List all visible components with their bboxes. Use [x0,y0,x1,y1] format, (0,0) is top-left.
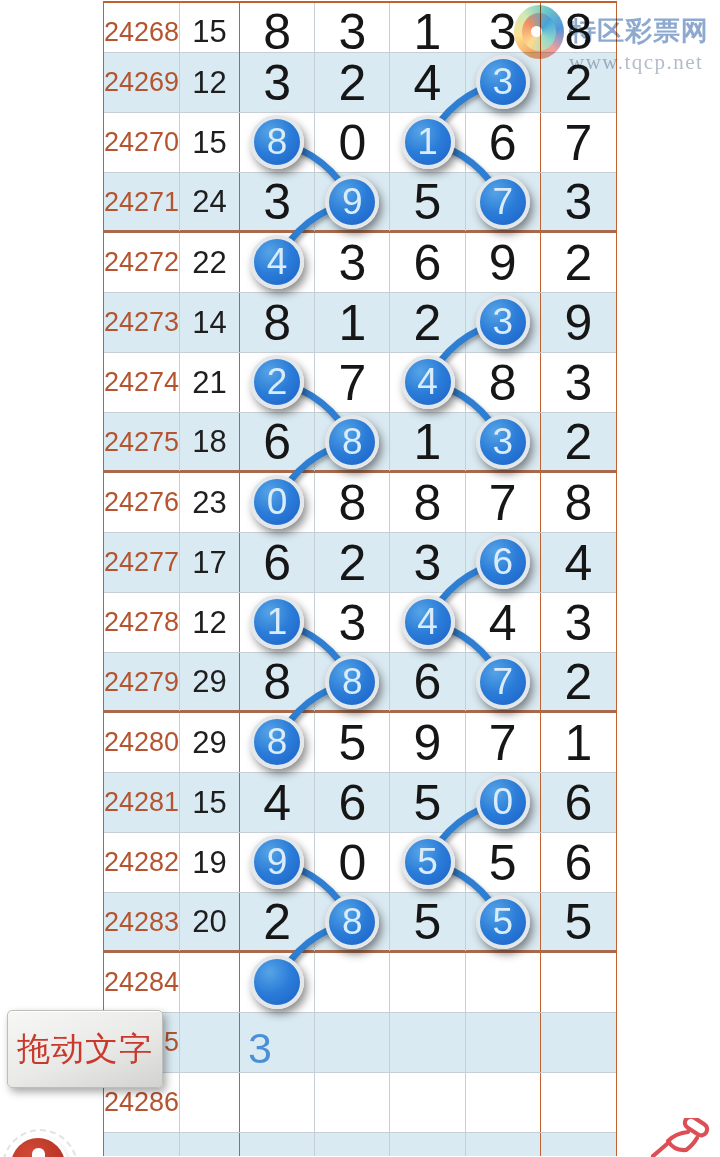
digit-cell: 4 [466,593,541,652]
sum-cell: 12 [180,53,240,112]
digit-cell: 3 [541,353,616,412]
selected-number-circle: 4 [401,595,455,649]
digit-cell: 6 [240,533,315,592]
sum-cell: 17 [180,533,240,592]
table-row: 242731481239 [104,293,616,353]
drag-text-label: 拖动文字 [17,1027,153,1072]
table-row: 242762308878 [104,473,616,533]
period-cell: 24269 [104,53,180,112]
digit-cell: 1 [315,293,390,352]
digit-cell: 3 [390,533,465,592]
digit-cell: 2 [315,53,390,112]
digit-cell: 6 [541,773,616,832]
selected-number-circle: 9 [325,175,379,229]
digit-cell: 3 [541,173,616,231]
digit-cell [541,1133,616,1156]
digit-cell [541,1073,616,1132]
period-cell: 24273 [104,293,180,352]
digit-cell [390,1073,465,1132]
digit-cell: 4 [390,53,465,112]
selected-number-circle: 3 [476,55,530,109]
sum-cell: 22 [180,233,240,292]
sum-cell: 12 [180,593,240,652]
sum-cell: 29 [180,713,240,772]
digit-cell: 5 [315,713,390,772]
digit-cell: 6 [240,413,315,471]
selected-number-circle: 4 [401,355,455,409]
digit-cell: 3 [541,593,616,652]
table-row-partial [104,1133,616,1156]
selected-number-circle: 5 [401,835,455,889]
period-cell: 24280 [104,713,180,772]
digit-cell: 6 [541,833,616,892]
sum-cell: 18 [180,413,240,471]
period-cell: 24281 [104,773,180,832]
digit-cell: 7 [541,113,616,172]
digit-cell: 3 [315,593,390,652]
digit-cell: 5 [541,893,616,951]
digit-cell: 2 [541,653,616,711]
digit-cell: 8 [541,473,616,532]
period-cell: 24283 [104,893,180,951]
sum-cell [180,1013,240,1072]
table-row: 242742127483 [104,353,616,413]
period-cell: 24279 [104,653,180,711]
digit-cell: 8 [315,473,390,532]
selected-number-circle: 5 [476,895,530,949]
digit-cell: 6 [390,653,465,711]
lottery-trend-screen: 2426815831382426912324322427015801672427… [0,0,720,1157]
table-row: 242722243692 [104,233,616,293]
table-row: 242701580167 [104,113,616,173]
digit-cell [541,1013,616,1072]
selected-number-circle: 7 [476,655,530,709]
digit-cell: 2 [390,293,465,352]
selected-number-circle: 1 [250,595,304,649]
pushpin-icon[interactable] [640,1118,720,1157]
digit-cell [466,1013,541,1072]
pending-number-annotation: 3 [248,1025,272,1072]
sum-cell: 19 [180,833,240,892]
period-cell: 24271 [104,173,180,231]
selected-number-circle: 8 [325,415,379,469]
digit-cell [315,1013,390,1072]
table-row: 242821990556 [104,833,616,893]
sum-cell: 15 [180,113,240,172]
sum-cell: 24 [180,173,240,231]
sum-cell [180,1133,240,1156]
digit-cell [315,1073,390,1132]
digit-cell [390,953,465,1012]
digit-cell: 0 [315,113,390,172]
period-cell: 24275 [104,413,180,471]
digit-cell: 2 [541,53,616,112]
digit-cell: 5 [466,833,541,892]
period-cell: 24284 [104,953,180,1012]
digit-cell: 4 [541,533,616,592]
table-row: 242771762364 [104,533,616,593]
digit-cell: 7 [466,713,541,772]
period-cell: 24278 [104,593,180,652]
digit-cell [240,1133,315,1156]
digit-cell [466,1073,541,1132]
digit-cell: 8 [390,473,465,532]
selected-number-circle: 8 [250,115,304,169]
digit-cell: 1 [390,413,465,471]
sum-cell: 20 [180,893,240,951]
table-row: 242811546506 [104,773,616,833]
digit-cell [466,953,541,1012]
selected-number-circle: 0 [250,475,304,529]
sum-cell: 21 [180,353,240,412]
period-cell: 24274 [104,353,180,412]
selected-number-circle: 2 [250,355,304,409]
selected-number-circle: 3 [476,415,530,469]
sum-cell: 29 [180,653,240,711]
sum-cell: 14 [180,293,240,352]
digit-cell: 3 [240,1013,315,1072]
digit-cell: 6 [466,113,541,172]
digit-cell [315,953,390,1012]
selected-number-circle: 6 [476,535,530,589]
selected-number-circle: 9 [250,835,304,889]
table-row: 242802985971 [104,713,616,773]
selected-number-circle: 3 [476,295,530,349]
selected-number-circle: 8 [250,715,304,769]
digit-cell: 8 [466,353,541,412]
period-cell: 24270 [104,113,180,172]
selected-number-circle: 8 [325,655,379,709]
download-button[interactable] [0,1125,80,1157]
sum-cell [180,1073,240,1132]
digit-cell: 5 [390,893,465,951]
digit-cell: 8 [240,293,315,352]
period-cell [104,1133,180,1156]
digit-cell [240,1073,315,1132]
table-row: 242781213443 [104,593,616,653]
digit-cell [466,1133,541,1156]
digit-cell: 6 [390,233,465,292]
selected-number-circle: 1 [401,115,455,169]
digit-cell [390,1133,465,1156]
digit-cell: 2 [240,893,315,951]
digit-cell: 8 [240,653,315,711]
drag-text-box[interactable]: 拖动文字 [7,1010,163,1088]
digit-cell: 1 [541,713,616,772]
digit-cell: 9 [390,713,465,772]
table-row: 242853 [104,1013,616,1073]
period-cell: 24272 [104,233,180,292]
table-row: 24286 [104,1073,616,1133]
digit-cell [541,953,616,1012]
digit-cell: 7 [466,473,541,532]
trend-table: 2426815831382426912324322427015801672427… [103,1,617,1156]
selected-number-circle: 0 [476,775,530,829]
sum-cell: 23 [180,473,240,532]
download-arrow-shaft [32,1148,45,1157]
digit-cell: 2 [315,533,390,592]
digit-cell: 9 [466,233,541,292]
period-cell: 24276 [104,473,180,532]
digit-cell [390,1013,465,1072]
selected-number-circle: 7 [476,175,530,229]
selected-number-circle: 4 [250,235,304,289]
digit-cell: 3 [240,173,315,231]
digit-cell: 7 [315,353,390,412]
digit-cell: 3 [315,233,390,292]
period-cell: 24282 [104,833,180,892]
digit-cell: 0 [315,833,390,892]
digit-cell [315,1133,390,1156]
digit-cell: 5 [390,173,465,231]
selected-number-circle: 8 [325,895,379,949]
digit-cell: 4 [240,773,315,832]
table-row: 242681583138 [104,3,616,53]
digit-cell: 5 [390,773,465,832]
period-cell: 24277 [104,533,180,592]
table-row: 24284 [104,953,616,1013]
digit-cell: 6 [315,773,390,832]
filled-marker-circle [250,955,304,1009]
digit-cell: 2 [541,413,616,471]
digit-cell: 2 [541,233,616,292]
digit-cell: 9 [541,293,616,352]
sum-cell: 15 [180,773,240,832]
digit-cell: 3 [240,53,315,112]
table-row: 242691232432 [104,53,616,113]
sum-cell [180,953,240,1012]
